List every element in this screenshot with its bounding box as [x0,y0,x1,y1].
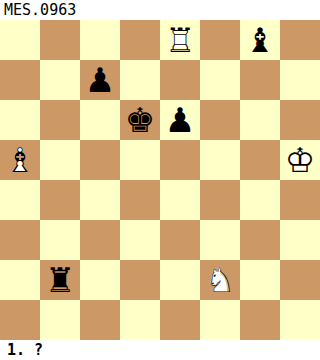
square-c5[interactable] [80,140,120,180]
square-h6[interactable] [280,100,320,140]
square-f8[interactable] [200,20,240,60]
square-f1[interactable] [200,300,240,340]
square-a2[interactable] [0,260,40,300]
square-f5[interactable] [200,140,240,180]
square-b4[interactable] [40,180,80,220]
square-e8[interactable]: ♜♖ [160,20,200,60]
square-f3[interactable] [200,220,240,260]
square-a3[interactable] [0,220,40,260]
square-e6[interactable]: ♟ [160,100,200,140]
square-d1[interactable] [120,300,160,340]
square-e2[interactable] [160,260,200,300]
square-d7[interactable] [120,60,160,100]
square-g2[interactable] [240,260,280,300]
square-b7[interactable] [40,60,80,100]
black-pawn: ♟ [165,100,195,140]
square-c1[interactable] [80,300,120,340]
square-a8[interactable] [0,20,40,60]
white-rook: ♜♖ [165,20,195,60]
square-e7[interactable] [160,60,200,100]
square-b5[interactable] [40,140,80,180]
square-e3[interactable] [160,220,200,260]
square-d6[interactable]: ♚ [120,100,160,140]
square-a7[interactable] [0,60,40,100]
square-h4[interactable] [280,180,320,220]
square-d5[interactable] [120,140,160,180]
square-g4[interactable] [240,180,280,220]
square-d2[interactable] [120,260,160,300]
square-b6[interactable] [40,100,80,140]
square-a6[interactable] [0,100,40,140]
square-e4[interactable] [160,180,200,220]
square-f7[interactable] [200,60,240,100]
diagram-title: MES.0963 [4,0,76,20]
black-pawn: ♟ [85,60,115,100]
black-rook: ♜ [45,260,75,300]
chess-board: ♜♖♝♟♚♟♝♗♚♔♜♞♘ [0,20,320,340]
square-c2[interactable] [80,260,120,300]
square-b3[interactable] [40,220,80,260]
white-knight: ♞♘ [205,260,235,300]
black-bishop: ♝ [245,20,275,60]
square-g8[interactable]: ♝ [240,20,280,60]
square-g3[interactable] [240,220,280,260]
square-d3[interactable] [120,220,160,260]
square-e5[interactable] [160,140,200,180]
square-a4[interactable] [0,180,40,220]
diagram-footer: 1. ? [0,340,320,360]
square-b1[interactable] [40,300,80,340]
square-d8[interactable] [120,20,160,60]
square-g5[interactable] [240,140,280,180]
square-d4[interactable] [120,180,160,220]
diagram-header: MES.0963 [0,0,320,20]
square-e1[interactable] [160,300,200,340]
square-f6[interactable] [200,100,240,140]
square-f2[interactable]: ♞♘ [200,260,240,300]
square-h2[interactable] [280,260,320,300]
square-h7[interactable] [280,60,320,100]
square-c8[interactable] [80,20,120,60]
white-king: ♚♔ [285,140,315,180]
square-f4[interactable] [200,180,240,220]
square-a5[interactable]: ♝♗ [0,140,40,180]
square-c7[interactable]: ♟ [80,60,120,100]
square-c6[interactable] [80,100,120,140]
square-b2[interactable]: ♜ [40,260,80,300]
square-g1[interactable] [240,300,280,340]
square-c3[interactable] [80,220,120,260]
square-h1[interactable] [280,300,320,340]
square-h3[interactable] [280,220,320,260]
square-h5[interactable]: ♚♔ [280,140,320,180]
square-h8[interactable] [280,20,320,60]
black-king: ♚ [125,100,155,140]
square-g7[interactable] [240,60,280,100]
square-b8[interactable] [40,20,80,60]
move-prompt: 1. ? [7,340,43,360]
square-c4[interactable] [80,180,120,220]
white-bishop: ♝♗ [5,140,35,180]
square-g6[interactable] [240,100,280,140]
square-a1[interactable] [0,300,40,340]
